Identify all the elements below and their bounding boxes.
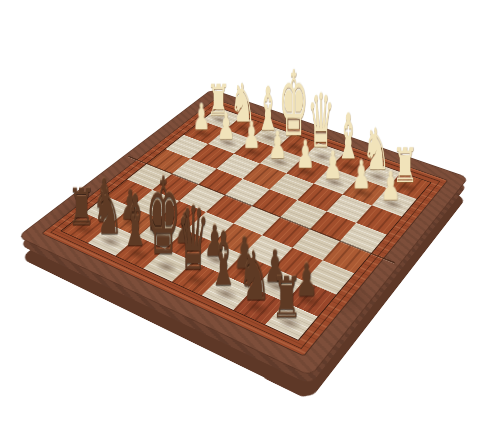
piece-black-knight[interactable]: ♞ [93, 181, 124, 243]
piece-white-pawn[interactable]: ♟ [381, 166, 401, 206]
chess-case: ♜♞♝♚♛♝♞♜♟♟♟♟♟♟♟♟♟♟♟♟♟♟♟♟♜♞♝♚♛♝♞♜ [17, 89, 469, 377]
product-photo: ♜♞♝♚♛♝♞♜♟♟♟♟♟♟♟♟♟♟♟♟♟♟♟♟♜♞♝♚♛♝♞♜ [0, 0, 500, 434]
piece-black-queen[interactable]: ♛ [177, 195, 209, 283]
piece-black-rook[interactable]: ♜ [272, 269, 303, 326]
piece-white-pawn[interactable]: ♟ [242, 117, 260, 154]
piece-black-king[interactable]: ♚ [146, 164, 181, 269]
wood-margin: ♜♞♝♚♛♝♞♜♟♟♟♟♟♟♟♟♟♟♟♟♟♟♟♟♜♞♝♚♛♝♞♜ [43, 100, 447, 356]
square-a3[interactable] [356, 205, 402, 234]
piece-white-pawn[interactable]: ♟ [268, 126, 287, 164]
piece-black-bishop[interactable]: ♝ [209, 222, 238, 296]
piece-white-pawn[interactable]: ♟ [217, 108, 235, 145]
piece-white-pawn[interactable]: ♟ [295, 136, 314, 174]
piece-white-pawn[interactable]: ♟ [323, 146, 342, 185]
piece-white-pawn[interactable]: ♟ [192, 99, 210, 135]
piece-black-knight[interactable]: ♞ [238, 243, 271, 311]
piece-black-rook[interactable]: ♜ [68, 181, 96, 232]
piece-white-pawn[interactable]: ♟ [352, 156, 371, 195]
